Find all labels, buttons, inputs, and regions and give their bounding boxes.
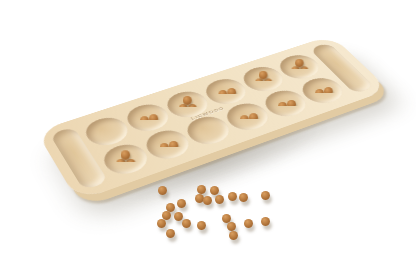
loose-seed[interactable] xyxy=(177,199,186,208)
seed xyxy=(291,66,300,75)
seed xyxy=(149,114,158,123)
loose-seed[interactable] xyxy=(227,222,236,231)
loose-seed[interactable] xyxy=(182,219,191,228)
loose-seed[interactable] xyxy=(197,221,206,230)
seed xyxy=(159,143,168,152)
loose-seed[interactable] xyxy=(157,219,166,228)
loose-seed[interactable] xyxy=(244,219,253,228)
seed xyxy=(255,78,264,87)
loose-seed[interactable] xyxy=(166,229,175,238)
seed xyxy=(179,104,188,113)
loose-seed[interactable] xyxy=(261,217,270,226)
loose-seed[interactable] xyxy=(239,193,248,202)
seed xyxy=(126,159,136,169)
seed xyxy=(295,59,304,68)
seed xyxy=(169,141,178,150)
seed xyxy=(120,150,130,160)
loose-seed[interactable] xyxy=(197,185,206,194)
loose-seed[interactable] xyxy=(215,195,224,204)
seed xyxy=(218,90,227,99)
product-photo-scene: LIEWOOD xyxy=(0,0,416,257)
seed xyxy=(263,78,272,87)
seed xyxy=(140,116,149,125)
seed xyxy=(278,102,287,111)
seed xyxy=(227,88,236,97)
seed xyxy=(287,100,296,109)
seed xyxy=(183,96,192,105)
loose-seed[interactable] xyxy=(174,212,183,221)
seed xyxy=(324,87,333,96)
seed xyxy=(300,66,309,75)
seed xyxy=(116,159,126,169)
seed xyxy=(188,104,197,113)
loose-seed[interactable] xyxy=(210,186,219,195)
seed xyxy=(315,89,324,98)
loose-seed[interactable] xyxy=(261,191,270,200)
loose-seed[interactable] xyxy=(158,186,167,195)
loose-seed[interactable] xyxy=(229,231,238,240)
loose-seed[interactable] xyxy=(228,192,237,201)
seed xyxy=(249,113,258,122)
seed xyxy=(259,71,268,80)
loose-seed[interactable] xyxy=(203,196,212,205)
seed xyxy=(240,115,249,124)
